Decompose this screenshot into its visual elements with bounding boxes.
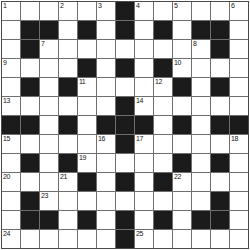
black-cell (21, 21, 39, 39)
white-cell[interactable] (192, 59, 210, 77)
clue-number: 13 (3, 97, 10, 105)
clue-number: 16 (98, 135, 105, 143)
white-cell[interactable] (173, 21, 191, 39)
white-cell[interactable] (78, 135, 96, 153)
white-cell[interactable] (192, 230, 210, 248)
white-cell[interactable] (230, 40, 248, 58)
black-cell (40, 21, 58, 39)
black-cell (21, 78, 39, 96)
white-cell[interactable] (2, 21, 20, 39)
white-cell[interactable] (154, 97, 172, 115)
clue-number: 8 (193, 40, 196, 48)
black-cell (116, 173, 134, 191)
clue-number: 14 (136, 97, 143, 105)
black-cell (59, 78, 77, 96)
white-cell[interactable]: 25 (135, 230, 153, 248)
black-cell (78, 59, 96, 77)
clue-number: 15 (3, 135, 10, 143)
white-cell[interactable] (211, 230, 229, 248)
white-cell[interactable] (78, 97, 96, 115)
white-cell[interactable]: 5 (173, 2, 191, 20)
white-cell[interactable] (2, 192, 20, 210)
clue-number: 20 (3, 173, 10, 181)
black-cell (154, 59, 172, 77)
black-cell (211, 40, 229, 58)
white-cell[interactable] (154, 230, 172, 248)
white-cell[interactable]: 15 (2, 135, 20, 153)
black-cell (78, 21, 96, 39)
white-cell[interactable] (40, 230, 58, 248)
white-cell[interactable]: 17 (135, 135, 153, 153)
black-cell (116, 2, 134, 20)
black-cell (116, 21, 134, 39)
white-cell[interactable] (211, 2, 229, 20)
black-cell (2, 116, 20, 134)
white-cell[interactable] (173, 40, 191, 58)
white-cell[interactable] (40, 173, 58, 191)
white-cell[interactable]: 22 (173, 173, 191, 191)
white-cell[interactable] (21, 230, 39, 248)
black-cell (78, 211, 96, 229)
white-cell[interactable] (173, 230, 191, 248)
white-cell[interactable] (135, 59, 153, 77)
white-cell[interactable] (116, 78, 134, 96)
white-cell[interactable] (211, 59, 229, 77)
black-cell (173, 116, 191, 134)
white-cell[interactable] (192, 154, 210, 172)
white-cell[interactable]: 1 (2, 2, 20, 20)
white-cell[interactable] (78, 2, 96, 20)
white-cell[interactable]: 21 (59, 173, 77, 191)
white-cell[interactable] (230, 59, 248, 77)
white-cell[interactable]: 7 (40, 40, 58, 58)
white-cell[interactable] (230, 21, 248, 39)
white-cell[interactable] (2, 78, 20, 96)
white-cell[interactable] (78, 40, 96, 58)
black-cell (97, 116, 115, 134)
clue-number: 17 (136, 135, 143, 143)
black-cell (116, 230, 134, 248)
clue-number: 4 (136, 2, 139, 10)
white-cell[interactable] (173, 192, 191, 210)
black-cell (154, 21, 172, 39)
black-cell (116, 211, 134, 229)
white-cell[interactable] (40, 2, 58, 20)
white-cell[interactable]: 10 (173, 59, 191, 77)
white-cell[interactable] (59, 135, 77, 153)
clue-number: 7 (41, 40, 44, 48)
black-cell (21, 154, 39, 172)
crossword-grid: 1234567891011121314151617181920212223242… (1, 1, 249, 249)
clue-number: 18 (231, 135, 238, 143)
white-cell[interactable] (154, 2, 172, 20)
white-cell[interactable] (40, 78, 58, 96)
white-cell[interactable] (135, 192, 153, 210)
white-cell[interactable] (97, 173, 115, 191)
black-cell (59, 154, 77, 172)
white-cell[interactable]: 4 (135, 2, 153, 20)
white-cell[interactable]: 20 (2, 173, 20, 191)
clue-number: 19 (79, 154, 86, 162)
white-cell[interactable] (230, 192, 248, 210)
white-cell[interactable] (135, 21, 153, 39)
white-cell[interactable] (116, 40, 134, 58)
black-cell (21, 211, 39, 229)
black-cell (154, 211, 172, 229)
black-cell (211, 116, 229, 134)
white-cell[interactable]: 16 (97, 135, 115, 153)
black-cell (173, 78, 191, 96)
black-cell (211, 154, 229, 172)
black-cell (21, 40, 39, 58)
black-cell (116, 135, 134, 153)
black-cell (154, 173, 172, 191)
white-cell[interactable] (192, 78, 210, 96)
white-cell[interactable] (192, 97, 210, 115)
white-cell[interactable] (116, 192, 134, 210)
black-cell (211, 21, 229, 39)
white-cell[interactable] (154, 116, 172, 134)
white-cell[interactable]: 11 (78, 78, 96, 96)
white-cell[interactable] (154, 192, 172, 210)
white-cell[interactable] (97, 97, 115, 115)
white-cell[interactable] (97, 230, 115, 248)
white-cell[interactable]: 2 (59, 2, 77, 20)
white-cell[interactable] (211, 97, 229, 115)
white-cell[interactable] (21, 173, 39, 191)
white-cell[interactable] (154, 40, 172, 58)
white-cell[interactable]: 3 (97, 2, 115, 20)
white-cell[interactable] (97, 78, 115, 96)
white-cell[interactable] (192, 2, 210, 20)
white-cell[interactable]: 14 (135, 97, 153, 115)
white-cell[interactable] (40, 59, 58, 77)
black-cell (59, 116, 77, 134)
white-cell[interactable] (40, 97, 58, 115)
white-cell[interactable] (97, 154, 115, 172)
white-cell[interactable] (2, 211, 20, 229)
white-cell[interactable] (135, 173, 153, 191)
white-cell[interactable]: 13 (2, 97, 20, 115)
white-cell[interactable]: 6 (230, 2, 248, 20)
white-cell[interactable] (21, 135, 39, 153)
clue-number: 9 (3, 59, 6, 67)
white-cell[interactable] (59, 211, 77, 229)
clue-number: 3 (98, 2, 101, 10)
white-cell[interactable] (21, 2, 39, 20)
white-cell[interactable]: 19 (78, 154, 96, 172)
black-cell (211, 211, 229, 229)
white-cell[interactable]: 24 (2, 230, 20, 248)
black-cell (173, 154, 191, 172)
black-cell (116, 116, 134, 134)
black-cell (116, 97, 134, 115)
white-cell[interactable] (59, 192, 77, 210)
black-cell (21, 116, 39, 134)
clue-number: 21 (60, 173, 67, 181)
white-cell[interactable] (21, 97, 39, 115)
white-cell[interactable]: 8 (192, 40, 210, 58)
white-cell[interactable] (192, 173, 210, 191)
white-cell[interactable] (21, 59, 39, 77)
black-cell (211, 192, 229, 210)
black-cell (192, 21, 210, 39)
white-cell[interactable] (40, 154, 58, 172)
white-cell[interactable] (211, 135, 229, 153)
black-cell (116, 59, 134, 77)
black-cell (135, 116, 153, 134)
white-cell[interactable] (173, 211, 191, 229)
clue-number: 23 (41, 192, 48, 200)
clue-number: 2 (60, 2, 63, 10)
white-cell[interactable]: 12 (154, 78, 172, 96)
white-cell[interactable] (192, 116, 210, 134)
white-cell[interactable] (97, 59, 115, 77)
white-cell[interactable] (192, 192, 210, 210)
white-cell[interactable] (211, 173, 229, 191)
white-cell[interactable] (97, 40, 115, 58)
white-cell[interactable] (59, 97, 77, 115)
white-cell[interactable] (192, 135, 210, 153)
black-cell (192, 211, 210, 229)
white-cell[interactable] (230, 211, 248, 229)
white-cell[interactable] (230, 97, 248, 115)
clue-number: 10 (174, 59, 181, 67)
clue-number: 22 (174, 173, 181, 181)
white-cell[interactable] (78, 230, 96, 248)
clue-number: 1 (3, 2, 6, 10)
white-cell[interactable]: 9 (2, 59, 20, 77)
clue-number: 5 (174, 2, 177, 10)
white-cell[interactable] (230, 230, 248, 248)
white-cell[interactable] (116, 154, 134, 172)
white-cell[interactable] (135, 211, 153, 229)
white-cell[interactable]: 18 (230, 135, 248, 153)
white-cell[interactable] (230, 78, 248, 96)
clue-number: 11 (79, 78, 85, 86)
white-cell[interactable] (135, 78, 153, 96)
white-cell[interactable] (230, 154, 248, 172)
black-cell (230, 116, 248, 134)
white-cell[interactable] (40, 135, 58, 153)
clue-number: 12 (155, 78, 162, 86)
black-cell (21, 192, 39, 210)
white-cell[interactable] (173, 135, 191, 153)
black-cell (211, 78, 229, 96)
white-cell[interactable] (59, 21, 77, 39)
white-cell[interactable] (135, 154, 153, 172)
white-cell[interactable] (40, 116, 58, 134)
clue-number: 6 (231, 2, 234, 10)
white-cell[interactable] (2, 154, 20, 172)
white-cell[interactable] (230, 173, 248, 191)
clue-number: 24 (3, 230, 10, 238)
white-cell[interactable] (78, 192, 96, 210)
white-cell[interactable] (135, 40, 153, 58)
white-cell[interactable] (97, 192, 115, 210)
white-cell[interactable] (173, 97, 191, 115)
black-cell (78, 173, 96, 191)
white-cell[interactable] (78, 116, 96, 134)
white-cell[interactable] (154, 135, 172, 153)
white-cell[interactable] (97, 21, 115, 39)
white-cell[interactable]: 23 (40, 192, 58, 210)
clue-number: 25 (136, 230, 143, 238)
white-cell[interactable] (59, 59, 77, 77)
white-cell[interactable] (97, 211, 115, 229)
white-cell[interactable] (2, 40, 20, 58)
white-cell[interactable] (154, 154, 172, 172)
white-cell[interactable] (59, 40, 77, 58)
black-cell (40, 211, 58, 229)
white-cell[interactable] (59, 230, 77, 248)
